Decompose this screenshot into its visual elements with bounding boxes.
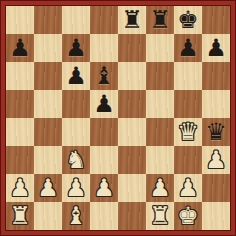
square-g1[interactable]: ♚: [174, 202, 202, 230]
square-e7[interactable]: [118, 34, 146, 62]
square-d7[interactable]: [90, 34, 118, 62]
square-f3[interactable]: [146, 146, 174, 174]
square-c8[interactable]: [62, 6, 90, 34]
square-a5[interactable]: [6, 90, 34, 118]
square-b8[interactable]: [34, 6, 62, 34]
square-d1[interactable]: [90, 202, 118, 230]
square-b2[interactable]: ♟: [34, 174, 62, 202]
square-f4[interactable]: [146, 118, 174, 146]
square-e4[interactable]: [118, 118, 146, 146]
square-a3[interactable]: [6, 146, 34, 174]
square-c3[interactable]: ♞: [62, 146, 90, 174]
black-king: ♚: [177, 6, 199, 34]
square-b7[interactable]: [34, 34, 62, 62]
square-g4[interactable]: ♛: [174, 118, 202, 146]
square-a8[interactable]: [6, 6, 34, 34]
black-pawn: ♟: [177, 34, 199, 62]
square-b5[interactable]: [34, 90, 62, 118]
square-h1[interactable]: [202, 202, 230, 230]
square-a1[interactable]: ♜: [6, 202, 34, 230]
square-g2[interactable]: ♟: [174, 174, 202, 202]
square-f2[interactable]: ♟: [146, 174, 174, 202]
square-f1[interactable]: ♜: [146, 202, 174, 230]
black-pawn: ♟: [65, 34, 87, 62]
board-frame: ♜♜♚♟♟♟♟♟♝♟♛♛♞♟♟♟♟♟♟♟♜♝♜♚: [0, 0, 236, 236]
square-f7[interactable]: [146, 34, 174, 62]
chess-board: ♜♜♚♟♟♟♟♟♝♟♛♛♞♟♟♟♟♟♟♟♜♝♜♚: [5, 5, 231, 231]
white-pawn: ♟: [177, 174, 199, 202]
square-g6[interactable]: [174, 62, 202, 90]
square-h2[interactable]: [202, 174, 230, 202]
square-f6[interactable]: [146, 62, 174, 90]
square-h4[interactable]: ♛: [202, 118, 230, 146]
white-pawn: ♟: [9, 174, 31, 202]
square-d4[interactable]: [90, 118, 118, 146]
white-queen: ♛: [177, 118, 199, 146]
square-b3[interactable]: [34, 146, 62, 174]
square-c1[interactable]: ♝: [62, 202, 90, 230]
square-d5[interactable]: ♟: [90, 90, 118, 118]
square-e1[interactable]: [118, 202, 146, 230]
black-bishop: ♝: [93, 62, 115, 90]
square-h8[interactable]: [202, 6, 230, 34]
square-h5[interactable]: [202, 90, 230, 118]
square-d3[interactable]: [90, 146, 118, 174]
white-pawn: ♟: [65, 174, 87, 202]
square-e6[interactable]: [118, 62, 146, 90]
square-g8[interactable]: ♚: [174, 6, 202, 34]
square-a7[interactable]: ♟: [6, 34, 34, 62]
black-pawn: ♟: [93, 90, 115, 118]
white-pawn: ♟: [205, 146, 227, 174]
white-pawn: ♟: [149, 174, 171, 202]
square-d2[interactable]: ♟: [90, 174, 118, 202]
white-pawn: ♟: [37, 174, 59, 202]
square-g5[interactable]: [174, 90, 202, 118]
square-c7[interactable]: ♟: [62, 34, 90, 62]
black-rook: ♜: [121, 6, 143, 34]
square-e2[interactable]: [118, 174, 146, 202]
square-b4[interactable]: [34, 118, 62, 146]
square-d6[interactable]: ♝: [90, 62, 118, 90]
square-c5[interactable]: [62, 90, 90, 118]
square-b6[interactable]: [34, 62, 62, 90]
square-b1[interactable]: [34, 202, 62, 230]
white-rook: ♜: [9, 202, 31, 230]
black-pawn: ♟: [9, 34, 31, 62]
square-a4[interactable]: [6, 118, 34, 146]
square-c4[interactable]: [62, 118, 90, 146]
square-f5[interactable]: [146, 90, 174, 118]
black-pawn: ♟: [205, 34, 227, 62]
black-queen: ♛: [205, 118, 227, 146]
square-e8[interactable]: ♜: [118, 6, 146, 34]
square-g7[interactable]: ♟: [174, 34, 202, 62]
white-king: ♚: [177, 202, 199, 230]
square-a6[interactable]: [6, 62, 34, 90]
square-e3[interactable]: [118, 146, 146, 174]
square-h6[interactable]: [202, 62, 230, 90]
white-rook: ♜: [149, 202, 171, 230]
square-e5[interactable]: [118, 90, 146, 118]
black-pawn: ♟: [65, 62, 87, 90]
square-h7[interactable]: ♟: [202, 34, 230, 62]
white-bishop: ♝: [65, 202, 87, 230]
square-g3[interactable]: [174, 146, 202, 174]
white-knight: ♞: [65, 146, 87, 174]
square-h3[interactable]: ♟: [202, 146, 230, 174]
square-c2[interactable]: ♟: [62, 174, 90, 202]
square-d8[interactable]: [90, 6, 118, 34]
square-a2[interactable]: ♟: [6, 174, 34, 202]
black-rook: ♜: [149, 6, 171, 34]
white-pawn: ♟: [93, 174, 115, 202]
square-f8[interactable]: ♜: [146, 6, 174, 34]
square-c6[interactable]: ♟: [62, 62, 90, 90]
